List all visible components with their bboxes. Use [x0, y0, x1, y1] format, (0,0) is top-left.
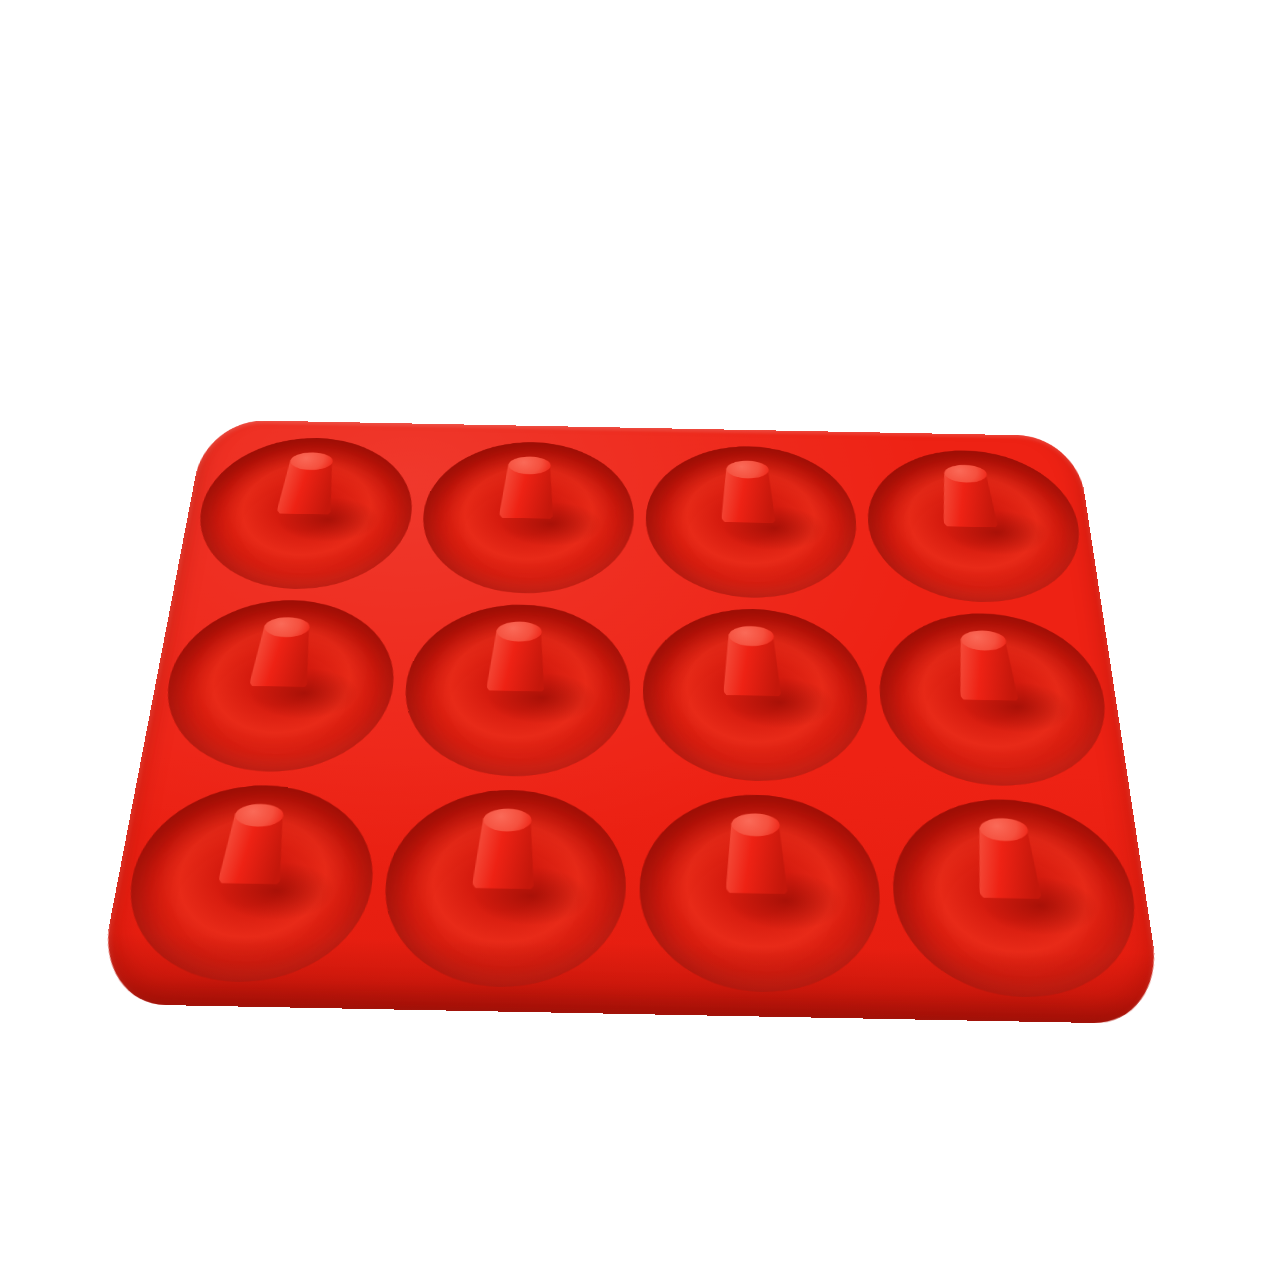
- cavity-grid: [104, 431, 1156, 1007]
- donut-cavity: [637, 792, 885, 994]
- silicone-donut-mold: [94, 420, 1165, 1025]
- donut-cavity: [863, 449, 1090, 605]
- donut-center-post: [972, 818, 1042, 902]
- donut-center-post: [722, 625, 781, 698]
- donut-cavity: [415, 440, 635, 595]
- donut-cavity: [375, 788, 627, 989]
- donut-center-post: [725, 813, 788, 897]
- donut-cavity: [152, 599, 401, 775]
- donut-center-post: [498, 456, 556, 520]
- donut-cavity: [886, 797, 1147, 999]
- donut-center-post: [486, 621, 548, 694]
- donut-cavity: [644, 445, 860, 600]
- donut-center-post: [471, 808, 538, 891]
- donut-cavity: [113, 783, 382, 984]
- donut-center-post: [217, 803, 290, 886]
- product-photo-scene: [0, 0, 1280, 1280]
- donut-cavity: [397, 603, 632, 779]
- donut-center-post: [720, 461, 775, 525]
- donut-center-post: [954, 630, 1019, 703]
- donut-cavity: [641, 607, 872, 783]
- donut-center-post: [938, 465, 999, 530]
- donut-center-post: [276, 452, 339, 516]
- donut-center-post: [248, 616, 316, 689]
- donut-cavity: [186, 436, 418, 591]
- pan-perspective-wrapper: [149, 303, 1123, 1078]
- donut-cavity: [874, 612, 1117, 788]
